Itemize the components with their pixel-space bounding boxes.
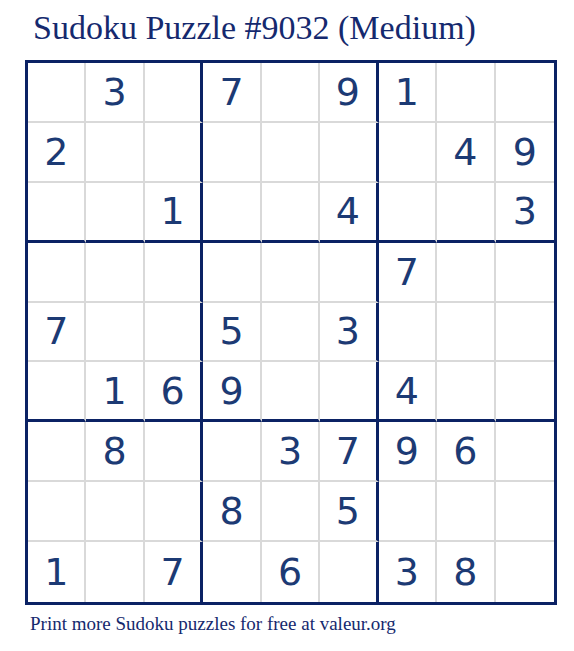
cell-r7c6: 7	[320, 422, 378, 482]
cell-r5c3	[145, 303, 203, 363]
cell-r5c1: 7	[28, 303, 86, 363]
cell-r2c8: 4	[437, 123, 495, 183]
cell-r7c7: 9	[379, 422, 437, 482]
cell-r8c7	[379, 482, 437, 542]
cell-r9c6	[320, 542, 378, 602]
footer-text: Print more Sudoku puzzles for free at va…	[30, 613, 396, 636]
cell-r8c8	[437, 482, 495, 542]
cell-r4c9	[496, 243, 554, 303]
cell-r8c5	[262, 482, 320, 542]
cell-r4c8	[437, 243, 495, 303]
cell-r3c8	[437, 183, 495, 243]
cell-r2c6	[320, 123, 378, 183]
cell-r4c6	[320, 243, 378, 303]
cell-r9c8: 8	[437, 542, 495, 602]
cell-r7c9	[496, 422, 554, 482]
cell-r7c1	[28, 422, 86, 482]
cell-r7c8: 6	[437, 422, 495, 482]
cell-r3c4	[203, 183, 261, 243]
cell-r4c7: 7	[379, 243, 437, 303]
cell-r9c4	[203, 542, 261, 602]
cell-r4c1	[28, 243, 86, 303]
cell-r4c4	[203, 243, 261, 303]
cell-r1c4: 7	[203, 63, 261, 123]
cell-r3c3: 1	[145, 183, 203, 243]
cell-r7c3	[145, 422, 203, 482]
cell-r2c5	[262, 123, 320, 183]
cell-r1c8	[437, 63, 495, 123]
cell-r9c5: 6	[262, 542, 320, 602]
cell-r6c2: 1	[86, 362, 144, 422]
cell-r6c3: 6	[145, 362, 203, 422]
cell-r1c6: 9	[320, 63, 378, 123]
cell-r5c4: 5	[203, 303, 261, 363]
cell-r5c7	[379, 303, 437, 363]
cell-r4c2	[86, 243, 144, 303]
cell-r4c5	[262, 243, 320, 303]
cell-r3c7	[379, 183, 437, 243]
cell-r6c4: 9	[203, 362, 261, 422]
cell-r8c4: 8	[203, 482, 261, 542]
cell-r5c2	[86, 303, 144, 363]
cell-r2c7	[379, 123, 437, 183]
cell-r8c3	[145, 482, 203, 542]
cell-r3c5	[262, 183, 320, 243]
cell-r1c3	[145, 63, 203, 123]
cell-r6c6	[320, 362, 378, 422]
cell-r6c8	[437, 362, 495, 422]
cell-r2c2	[86, 123, 144, 183]
cell-r1c7: 1	[379, 63, 437, 123]
sudoku-grid: 379124914377531694837968517638	[25, 60, 557, 605]
cell-r9c7: 3	[379, 542, 437, 602]
cell-r5c6: 3	[320, 303, 378, 363]
cell-r5c9	[496, 303, 554, 363]
cell-r8c1	[28, 482, 86, 542]
cell-r4c3	[145, 243, 203, 303]
cell-r7c5: 3	[262, 422, 320, 482]
cell-r2c4	[203, 123, 261, 183]
cell-r2c9: 9	[496, 123, 554, 183]
cell-r1c9	[496, 63, 554, 123]
cell-r1c2: 3	[86, 63, 144, 123]
cell-r5c8	[437, 303, 495, 363]
cell-r6c5	[262, 362, 320, 422]
cell-r2c3	[145, 123, 203, 183]
cell-r3c9: 3	[496, 183, 554, 243]
cell-r2c1: 2	[28, 123, 86, 183]
cell-r3c6: 4	[320, 183, 378, 243]
cell-r8c2	[86, 482, 144, 542]
cell-r9c9	[496, 542, 554, 602]
cell-r8c9	[496, 482, 554, 542]
cell-r1c1	[28, 63, 86, 123]
puzzle-title: Sudoku Puzzle #9032 (Medium)	[33, 8, 476, 47]
cell-r9c1: 1	[28, 542, 86, 602]
cell-r3c1	[28, 183, 86, 243]
cell-r7c2: 8	[86, 422, 144, 482]
cell-r9c3: 7	[145, 542, 203, 602]
cell-r9c2	[86, 542, 144, 602]
cell-r5c5	[262, 303, 320, 363]
cell-r6c9	[496, 362, 554, 422]
cell-r7c4	[203, 422, 261, 482]
cell-r1c5	[262, 63, 320, 123]
sudoku-page: Sudoku Puzzle #9032 (Medium) 37912491437…	[0, 0, 574, 651]
cell-r3c2	[86, 183, 144, 243]
cell-r6c1	[28, 362, 86, 422]
cell-r6c7: 4	[379, 362, 437, 422]
cell-r8c6: 5	[320, 482, 378, 542]
